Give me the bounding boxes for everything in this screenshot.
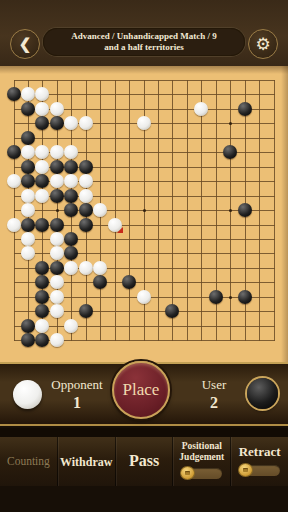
stone-black [21, 218, 35, 232]
stone-white [35, 87, 49, 101]
positional-coin-toggle[interactable] [180, 466, 224, 480]
stone-white [35, 145, 49, 159]
match-title-pill: Advanced / Unhandicapped Match / 9 and a… [43, 28, 245, 56]
positional-judgement-button[interactable]: Positional Judgement [172, 437, 230, 486]
stone-white [21, 232, 35, 246]
opponent-label: Opponent [51, 377, 102, 393]
star-point [229, 296, 232, 299]
withdraw-label: Withdraw [60, 455, 112, 470]
stone-black [93, 275, 107, 289]
place-label: Place [123, 380, 160, 400]
stone-black [165, 304, 179, 318]
stone-white [79, 174, 93, 188]
stone-white [194, 102, 208, 116]
stone-white [21, 87, 35, 101]
stone-white [50, 275, 64, 289]
stone-black [50, 189, 64, 203]
coin-icon [180, 466, 195, 480]
header-bar: ❮ Advanced / Unhandicapped Match / 9 and… [0, 0, 288, 67]
user-info: User 2 [186, 364, 242, 424]
coin-icon [238, 463, 253, 477]
positional-label-line2: Judgement [179, 452, 224, 463]
stone-black [64, 246, 78, 260]
place-button[interactable]: Place [112, 361, 170, 419]
settings-button[interactable]: ⚙ [248, 29, 278, 59]
divider-strip [0, 428, 288, 437]
stone-black [35, 304, 49, 318]
withdraw-button[interactable]: Withdraw [57, 437, 115, 486]
stone-white [50, 102, 64, 116]
stone-black [79, 304, 93, 318]
star-point [229, 122, 232, 125]
stone-white [50, 333, 64, 347]
stone-white [21, 145, 35, 159]
last-move-marker [117, 227, 123, 233]
stone-white [50, 145, 64, 159]
stone-white [64, 261, 78, 275]
app-screen: ❮ Advanced / Unhandicapped Match / 9 and… [0, 0, 288, 512]
stone-black [21, 333, 35, 347]
stone-white [21, 203, 35, 217]
stone-black [35, 116, 49, 130]
stone-white [137, 116, 151, 130]
counting-label: Counting [7, 455, 50, 467]
stone-black [50, 116, 64, 130]
stone-black [21, 319, 35, 333]
stone-white [35, 189, 49, 203]
stone-black [50, 261, 64, 275]
action-bar: Counting Withdraw Pass Positional Judgem… [0, 437, 288, 486]
opponent-stone-white [13, 380, 42, 409]
stone-white [137, 290, 151, 304]
gear-icon: ⚙ [255, 36, 270, 53]
user-label: User [202, 377, 227, 393]
stone-white [50, 174, 64, 188]
stone-white [93, 261, 107, 275]
star-point [56, 209, 59, 212]
pass-button[interactable]: Pass [115, 437, 173, 486]
stone-black [64, 189, 78, 203]
stone-black [21, 102, 35, 116]
bottom-strip [0, 486, 288, 512]
stone-black [238, 203, 252, 217]
stone-black [35, 275, 49, 289]
stone-white [35, 102, 49, 116]
stone-black [238, 290, 252, 304]
opponent-number: 1 [73, 394, 81, 412]
stone-white [7, 174, 21, 188]
stone-black [35, 174, 49, 188]
stone-black [35, 261, 49, 275]
retract-button[interactable]: Retract [230, 437, 288, 486]
positional-judgement-label: Positional Judgement [179, 441, 224, 463]
stone-white [35, 160, 49, 174]
match-title-line1: Advanced / Unhandicapped Match / 9 [53, 31, 235, 42]
stone-black [79, 203, 93, 217]
stone-black [21, 174, 35, 188]
back-button[interactable]: ❮ [10, 29, 40, 59]
user-stone-black [247, 378, 278, 409]
stone-white [50, 232, 64, 246]
counting-button[interactable]: Counting [0, 437, 57, 486]
player-bar: Opponent 1 Place User 2 [0, 362, 288, 426]
stone-black [35, 218, 49, 232]
stone-black [21, 131, 35, 145]
stone-black [7, 145, 21, 159]
stone-white [21, 189, 35, 203]
stone-white [64, 174, 78, 188]
back-icon: ❮ [19, 35, 32, 53]
stone-white [50, 246, 64, 260]
stone-black [50, 160, 64, 174]
stone-white [108, 218, 122, 232]
stone-white [50, 290, 64, 304]
match-title-line2: and a half territories [53, 42, 235, 53]
retract-coin-toggle[interactable] [238, 463, 282, 477]
stone-white [79, 189, 93, 203]
user-number: 2 [210, 394, 218, 412]
stone-black [64, 203, 78, 217]
opponent-info: Opponent 1 [46, 364, 108, 424]
stone-black [64, 232, 78, 246]
retract-label: Retract [239, 444, 281, 460]
stone-white [93, 203, 107, 217]
stone-white [79, 261, 93, 275]
stone-white [21, 246, 35, 260]
stone-black [79, 160, 93, 174]
stone-white [50, 304, 64, 318]
stone-white [64, 116, 78, 130]
stone-black [50, 218, 64, 232]
stone-black [122, 275, 136, 289]
go-board[interactable] [0, 66, 288, 362]
pass-label: Pass [129, 452, 159, 470]
stone-white [79, 116, 93, 130]
positional-label-line1: Positional [179, 441, 224, 452]
stone-black [223, 145, 237, 159]
stone-black [7, 87, 21, 101]
star-point [229, 209, 232, 212]
stone-black [21, 160, 35, 174]
stone-white [35, 319, 49, 333]
star-point [143, 209, 146, 212]
stone-black [79, 218, 93, 232]
stone-black [209, 290, 223, 304]
stone-white [64, 319, 78, 333]
stone-black [238, 102, 252, 116]
stone-black [35, 333, 49, 347]
stone-black [64, 160, 78, 174]
stone-white [7, 218, 21, 232]
stone-white [64, 145, 78, 159]
stone-black [35, 290, 49, 304]
